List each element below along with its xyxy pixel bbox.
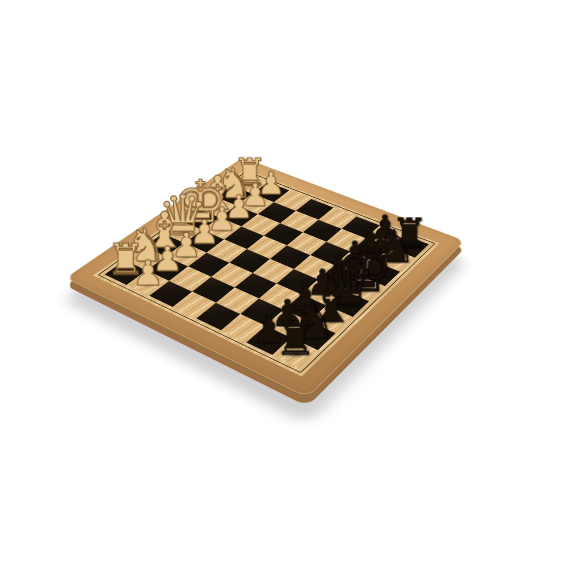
product-photo: ♜♟♟♜♞♟♟♞♝♟♟♝♚♟♟♚♛♟♟♛♝♟♟♝♞♟♟♞♜♟♟♜: [0, 0, 585, 585]
pawn-icon: ♟: [132, 255, 163, 290]
square-a8[interactable]: ♜: [272, 338, 317, 368]
chess-board: ♜♟♟♜♞♟♟♞♝♟♟♝♚♟♟♚♛♟♟♛♝♟♟♝♞♟♟♞♜♟♟♜: [65, 157, 465, 398]
board-frame: ♜♟♟♜♞♟♟♞♝♟♟♝♚♟♟♚♛♟♟♛♝♟♟♝♞♟♟♞♜♟♟♜: [65, 157, 465, 398]
rook-icon: ♜: [274, 315, 316, 362]
square-d3[interactable]: [207, 239, 247, 262]
board-margin: ♜♟♟♜♞♟♟♞♝♟♟♝♚♟♟♚♛♟♟♛♝♟♟♝♞♟♟♞♜♟♟♜: [93, 169, 440, 376]
